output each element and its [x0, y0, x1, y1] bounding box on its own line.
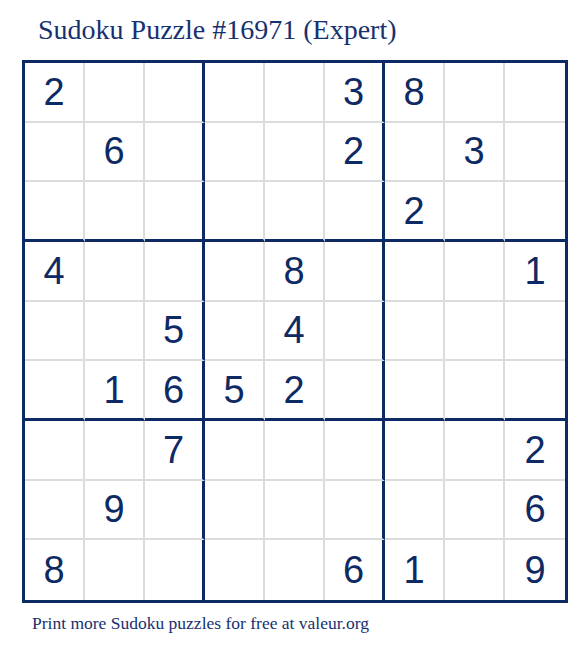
cell-r1c1: 2 [25, 63, 85, 123]
cell-r6c9 [505, 361, 565, 421]
cell-r4c2 [85, 242, 145, 302]
cell-r9c7: 1 [385, 540, 445, 600]
cell-r1c6: 3 [325, 63, 385, 123]
cell-r1c9 [505, 63, 565, 123]
cell-r1c2 [85, 63, 145, 123]
cell-r8c4 [205, 481, 265, 541]
cell-r3c3 [145, 182, 205, 242]
page-title: Sudoku Puzzle #16971 (Expert) [38, 14, 397, 46]
cell-r8c9: 6 [505, 481, 565, 541]
cell-r2c9 [505, 123, 565, 183]
cell-r7c6 [325, 421, 385, 481]
cell-r4c4 [205, 242, 265, 302]
cell-r3c8 [445, 182, 505, 242]
cell-r6c8 [445, 361, 505, 421]
cell-r4c1: 4 [25, 242, 85, 302]
cell-r1c8 [445, 63, 505, 123]
cell-r5c4 [205, 302, 265, 362]
cell-r5c5: 4 [265, 302, 325, 362]
cell-r3c5 [265, 182, 325, 242]
cell-r5c7 [385, 302, 445, 362]
cell-r9c6: 6 [325, 540, 385, 600]
cell-r2c3 [145, 123, 205, 183]
cell-r6c3: 6 [145, 361, 205, 421]
cell-r2c8: 3 [445, 123, 505, 183]
cell-r3c6 [325, 182, 385, 242]
cell-r4c8 [445, 242, 505, 302]
cell-r8c5 [265, 481, 325, 541]
cell-r3c4 [205, 182, 265, 242]
cell-r3c9 [505, 182, 565, 242]
sudoku-board: 238623248154165272968619 [22, 60, 568, 603]
cell-r1c4 [205, 63, 265, 123]
cell-r5c2 [85, 302, 145, 362]
cell-r8c2: 9 [85, 481, 145, 541]
cell-r7c5 [265, 421, 325, 481]
cell-r4c5: 8 [265, 242, 325, 302]
cell-r7c3: 7 [145, 421, 205, 481]
cell-r3c1 [25, 182, 85, 242]
cell-r4c3 [145, 242, 205, 302]
cell-r4c6 [325, 242, 385, 302]
cell-r7c4 [205, 421, 265, 481]
footer-note: Print more Sudoku puzzles for free at va… [32, 613, 369, 634]
cell-r8c8 [445, 481, 505, 541]
cell-r8c6 [325, 481, 385, 541]
cell-r6c7 [385, 361, 445, 421]
cell-r4c7 [385, 242, 445, 302]
cell-r8c3 [145, 481, 205, 541]
cell-r1c5 [265, 63, 325, 123]
cell-r8c1 [25, 481, 85, 541]
cell-r3c7: 2 [385, 182, 445, 242]
cell-r9c1: 8 [25, 540, 85, 600]
cell-r5c1 [25, 302, 85, 362]
cell-r8c7 [385, 481, 445, 541]
cell-r6c1 [25, 361, 85, 421]
cell-r4c9: 1 [505, 242, 565, 302]
cell-r6c5: 2 [265, 361, 325, 421]
cell-r5c6 [325, 302, 385, 362]
cell-r5c9 [505, 302, 565, 362]
cell-r9c4 [205, 540, 265, 600]
cell-r1c7: 8 [385, 63, 445, 123]
cell-r9c8 [445, 540, 505, 600]
cell-r7c8 [445, 421, 505, 481]
cell-r9c5 [265, 540, 325, 600]
cell-r6c6 [325, 361, 385, 421]
cell-r7c2 [85, 421, 145, 481]
cell-r9c9: 9 [505, 540, 565, 600]
cell-r2c5 [265, 123, 325, 183]
cell-r5c8 [445, 302, 505, 362]
cell-r2c2: 6 [85, 123, 145, 183]
cell-r9c2 [85, 540, 145, 600]
cell-r5c3: 5 [145, 302, 205, 362]
cell-r6c2: 1 [85, 361, 145, 421]
cell-r2c7 [385, 123, 445, 183]
cell-r9c3 [145, 540, 205, 600]
cell-r6c4: 5 [205, 361, 265, 421]
cell-r3c2 [85, 182, 145, 242]
cell-r2c1 [25, 123, 85, 183]
cell-r1c3 [145, 63, 205, 123]
cell-r7c7 [385, 421, 445, 481]
cell-r7c1 [25, 421, 85, 481]
cell-r2c6: 2 [325, 123, 385, 183]
cell-r7c9: 2 [505, 421, 565, 481]
cell-r2c4 [205, 123, 265, 183]
